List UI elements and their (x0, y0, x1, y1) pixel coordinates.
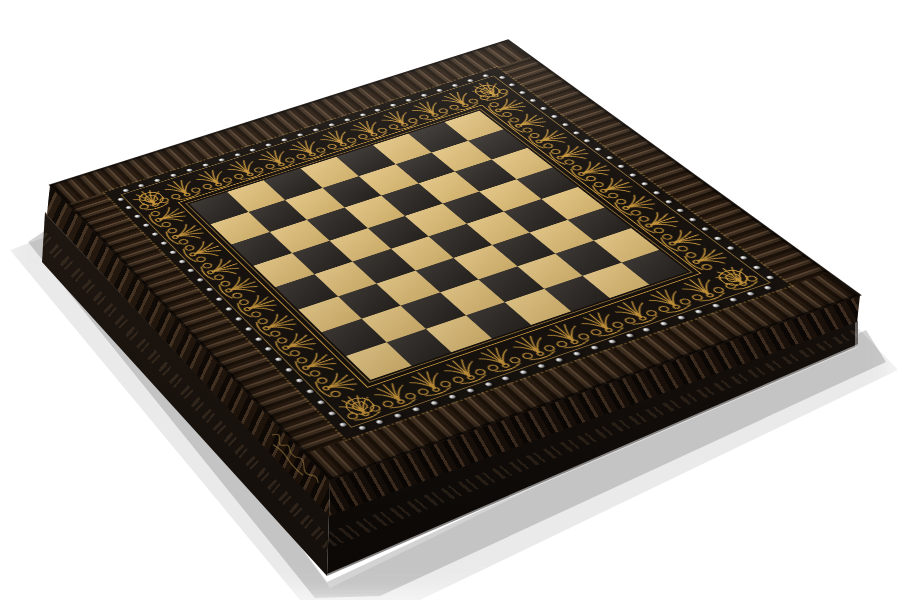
scene (0, 0, 900, 600)
